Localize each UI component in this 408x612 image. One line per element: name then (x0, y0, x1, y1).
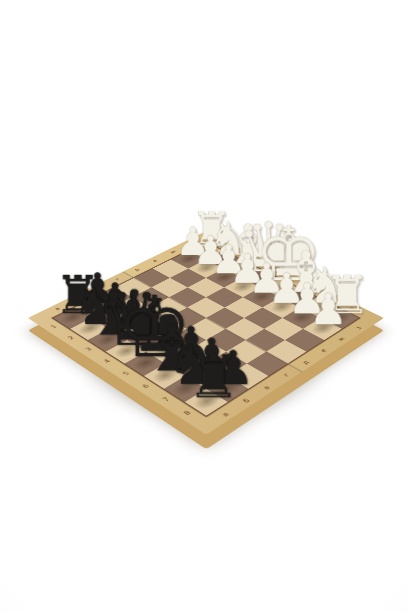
white-pawn-glyph: ♟ (287, 289, 369, 332)
black-rook-glyph: ♜ (168, 347, 259, 406)
chess-board: 11аа22бб33вв44гг55дд66ее77жж88зз ♜♟♟♜♞♟♟… (28, 231, 384, 435)
scene: 11аа22бб33вв44гг55дд66ее77жж88зз ♜♟♟♜♞♟♟… (0, 0, 408, 612)
chess-set-product-photo: 11аа22бб33вв44гг55дд66ее77жж88зз ♜♟♟♜♞♟♟… (0, 0, 408, 612)
